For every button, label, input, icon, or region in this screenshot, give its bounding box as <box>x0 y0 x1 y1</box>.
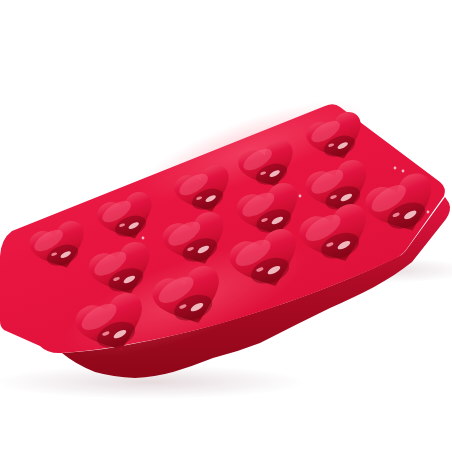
dust-speck <box>394 167 397 170</box>
dust-speck <box>427 211 430 214</box>
product-photo <box>0 0 452 452</box>
dust-speck <box>402 170 405 173</box>
ice-cube-tray-scene <box>0 0 452 452</box>
dust-speck <box>299 195 302 198</box>
dust-speck <box>142 237 145 240</box>
